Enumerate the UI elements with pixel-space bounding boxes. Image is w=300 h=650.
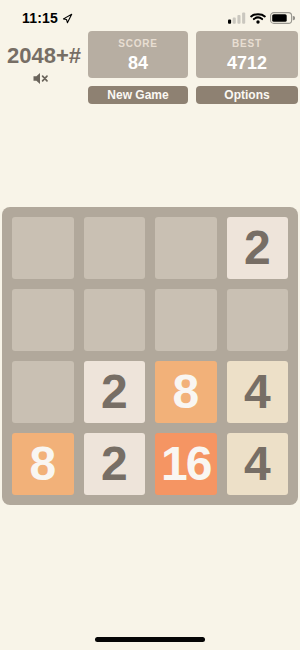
score-value: 84: [128, 54, 148, 72]
cellular-signal-icon: [228, 12, 246, 24]
empty-cell: [84, 217, 146, 279]
empty-cell: [227, 289, 289, 351]
status-bar: 11:15: [0, 6, 300, 30]
tile-4: 4: [227, 361, 289, 423]
home-indicator[interactable]: [95, 637, 205, 642]
score-box: SCORE 84: [88, 31, 188, 78]
status-time: 11:15: [22, 10, 58, 26]
best-label: BEST: [232, 39, 262, 49]
tile-2: 2: [227, 217, 289, 279]
empty-cell: [12, 217, 74, 279]
tile-2: 2: [84, 433, 146, 495]
new-game-button[interactable]: New Game: [88, 86, 188, 104]
wifi-icon: [250, 12, 266, 24]
best-box: BEST 4712: [196, 31, 298, 78]
empty-cell: [155, 217, 217, 279]
best-value: 4712: [227, 54, 267, 72]
score-label: SCORE: [118, 39, 158, 49]
board[interactable]: 228482164: [2, 207, 298, 505]
location-icon: [62, 13, 73, 24]
empty-cell: [12, 361, 74, 423]
options-button[interactable]: Options: [196, 86, 298, 104]
tile-8: 8: [155, 361, 217, 423]
tile-16: 16: [155, 433, 217, 495]
battery-icon: [270, 12, 295, 24]
empty-cell: [12, 289, 74, 351]
empty-cell: [155, 289, 217, 351]
tile-2: 2: [84, 361, 146, 423]
tile-4: 4: [227, 433, 289, 495]
mute-icon[interactable]: [33, 71, 49, 84]
app-title: 2048+#: [4, 43, 84, 69]
empty-cell: [84, 289, 146, 351]
tile-8: 8: [12, 433, 74, 495]
